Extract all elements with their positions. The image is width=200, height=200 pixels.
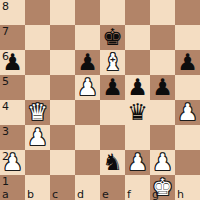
rank-label-3: 3 xyxy=(2,125,9,138)
square-c4[interactable] xyxy=(50,100,75,125)
square-b2[interactable] xyxy=(25,150,50,175)
file-label-f: f xyxy=(127,189,131,200)
piece-black-pawn[interactable]: ♟ xyxy=(125,75,150,100)
piece-white-pawn[interactable]: ♟ xyxy=(75,75,100,100)
square-b4[interactable]: ♛ xyxy=(25,100,50,125)
square-a3[interactable]: 3 xyxy=(0,125,25,150)
rank-label-4: 4 xyxy=(2,100,9,113)
square-h7[interactable] xyxy=(175,25,200,50)
piece-black-king[interactable]: ♚ xyxy=(100,25,125,50)
file-label-h: h xyxy=(177,189,184,200)
file-label-d: d xyxy=(77,189,84,200)
rank-label-6: 6 xyxy=(2,50,9,63)
square-d2[interactable] xyxy=(75,150,100,175)
piece-black-pawn[interactable]: ♟ xyxy=(75,50,100,75)
chess-board: 87♚6♟♟♝♟5♟♟♟♟4♛♛♟3♟2♟♞♟♟1abcdefg♚h xyxy=(0,0,200,200)
square-e6[interactable]: ♝ xyxy=(100,50,125,75)
square-b7[interactable] xyxy=(25,25,50,50)
piece-white-bishop[interactable]: ♝ xyxy=(100,50,125,75)
square-d4[interactable] xyxy=(75,100,100,125)
square-d3[interactable] xyxy=(75,125,100,150)
square-b1[interactable]: b xyxy=(25,175,50,200)
square-a7[interactable]: 7 xyxy=(0,25,25,50)
piece-white-pawn[interactable]: ♟ xyxy=(25,125,50,150)
square-e1[interactable]: e xyxy=(100,175,125,200)
piece-white-pawn[interactable]: ♟ xyxy=(175,100,200,125)
square-e2[interactable]: ♞ xyxy=(100,150,125,175)
square-c3[interactable] xyxy=(50,125,75,150)
square-h5[interactable] xyxy=(175,75,200,100)
square-f1[interactable]: f xyxy=(125,175,150,200)
rank-label-8: 8 xyxy=(2,0,9,13)
square-c2[interactable] xyxy=(50,150,75,175)
piece-black-knight[interactable]: ♞ xyxy=(100,150,125,175)
square-d7[interactable] xyxy=(75,25,100,50)
file-label-e: e xyxy=(102,189,109,200)
square-c5[interactable] xyxy=(50,75,75,100)
square-g2[interactable]: ♟ xyxy=(150,150,175,175)
square-b5[interactable] xyxy=(25,75,50,100)
piece-black-pawn[interactable]: ♟ xyxy=(150,75,175,100)
file-label-g: g xyxy=(152,189,159,200)
square-f5[interactable]: ♟ xyxy=(125,75,150,100)
rank-label-5: 5 xyxy=(2,75,9,88)
piece-black-queen[interactable]: ♛ xyxy=(125,100,150,125)
square-c7[interactable] xyxy=(50,25,75,50)
square-f4[interactable]: ♛ xyxy=(125,100,150,125)
square-c8[interactable] xyxy=(50,0,75,25)
square-b6[interactable] xyxy=(25,50,50,75)
square-f3[interactable] xyxy=(125,125,150,150)
piece-black-pawn[interactable]: ♟ xyxy=(175,50,200,75)
square-c1[interactable]: c xyxy=(50,175,75,200)
square-a4[interactable]: 4 xyxy=(0,100,25,125)
square-f6[interactable] xyxy=(125,50,150,75)
piece-white-pawn[interactable]: ♟ xyxy=(125,150,150,175)
file-label-b: b xyxy=(27,189,34,200)
square-h3[interactable] xyxy=(175,125,200,150)
square-e3[interactable] xyxy=(100,125,125,150)
square-g1[interactable]: g♚ xyxy=(150,175,175,200)
square-f8[interactable] xyxy=(125,0,150,25)
square-d8[interactable] xyxy=(75,0,100,25)
square-d6[interactable]: ♟ xyxy=(75,50,100,75)
rank-label-7: 7 xyxy=(2,25,9,38)
square-f2[interactable]: ♟ xyxy=(125,150,150,175)
rank-label-2: 2 xyxy=(2,150,9,163)
piece-black-pawn[interactable]: ♟ xyxy=(100,75,125,100)
square-g7[interactable] xyxy=(150,25,175,50)
square-g6[interactable] xyxy=(150,50,175,75)
file-label-a: a xyxy=(2,189,9,200)
square-e5[interactable]: ♟ xyxy=(100,75,125,100)
square-f7[interactable] xyxy=(125,25,150,50)
square-c6[interactable] xyxy=(50,50,75,75)
square-h4[interactable]: ♟ xyxy=(175,100,200,125)
square-g4[interactable] xyxy=(150,100,175,125)
piece-white-pawn[interactable]: ♟ xyxy=(150,150,175,175)
square-a5[interactable]: 5 xyxy=(0,75,25,100)
square-e7[interactable]: ♚ xyxy=(100,25,125,50)
square-a2[interactable]: 2♟ xyxy=(0,150,25,175)
square-e8[interactable] xyxy=(100,0,125,25)
piece-white-queen[interactable]: ♛ xyxy=(25,100,50,125)
square-a1[interactable]: 1a xyxy=(0,175,25,200)
square-d5[interactable]: ♟ xyxy=(75,75,100,100)
square-b8[interactable] xyxy=(25,0,50,25)
square-h1[interactable]: h xyxy=(175,175,200,200)
square-g8[interactable] xyxy=(150,0,175,25)
file-label-c: c xyxy=(52,189,58,200)
square-h6[interactable]: ♟ xyxy=(175,50,200,75)
square-a8[interactable]: 8 xyxy=(0,0,25,25)
square-h2[interactable] xyxy=(175,150,200,175)
square-g3[interactable] xyxy=(150,125,175,150)
rank-label-1: 1 xyxy=(2,175,9,188)
square-d1[interactable]: d xyxy=(75,175,100,200)
square-g5[interactable]: ♟ xyxy=(150,75,175,100)
square-a6[interactable]: 6♟ xyxy=(0,50,25,75)
chess-diagram: 87♚6♟♟♝♟5♟♟♟♟4♛♛♟3♟2♟♞♟♟1abcdefg♚h xyxy=(0,0,200,200)
square-h8[interactable] xyxy=(175,0,200,25)
square-b3[interactable]: ♟ xyxy=(25,125,50,150)
square-e4[interactable] xyxy=(100,100,125,125)
